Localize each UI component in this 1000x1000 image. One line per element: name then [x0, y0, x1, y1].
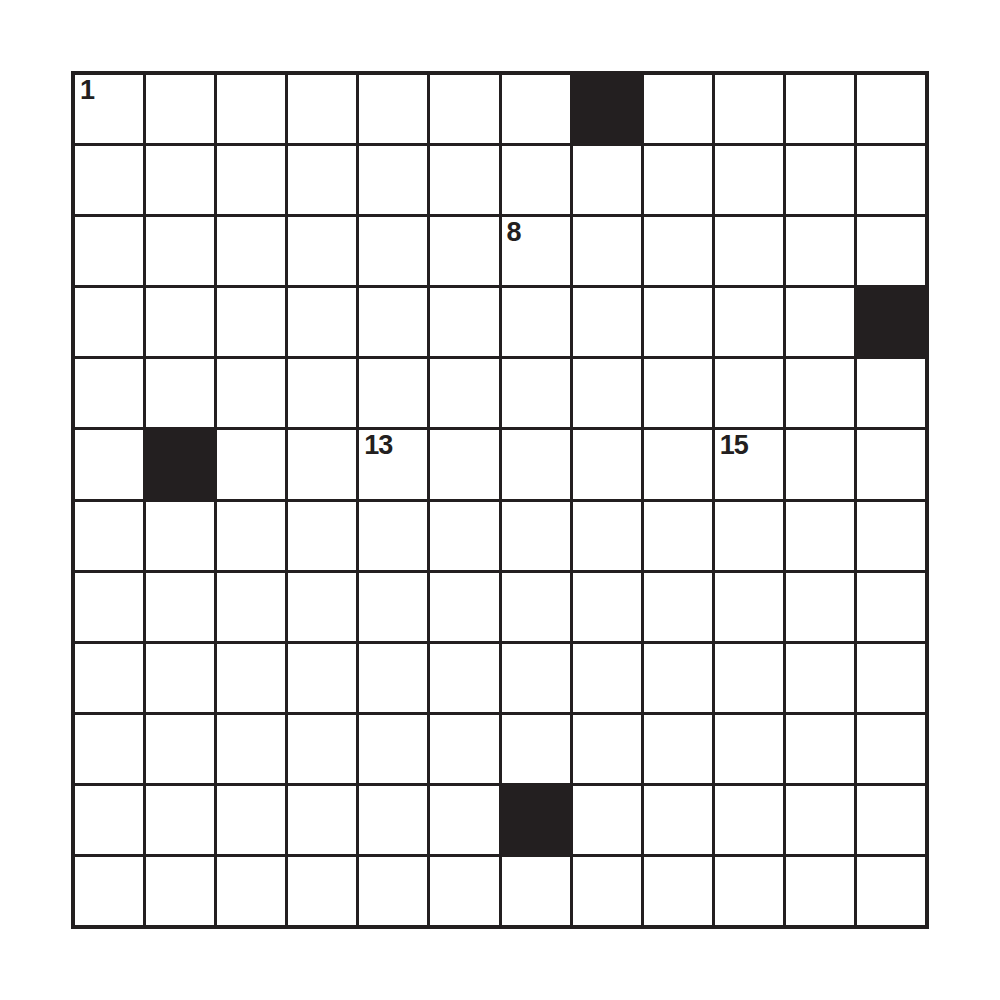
cell-r1c11[interactable] — [857, 146, 925, 214]
cell-r5c11[interactable] — [857, 430, 925, 498]
cell-r1c7[interactable] — [573, 146, 641, 214]
cell-r7c2[interactable] — [217, 573, 285, 641]
cell-r10c9[interactable] — [715, 786, 783, 854]
cell-r9c2[interactable] — [217, 715, 285, 783]
cell-r2c7[interactable] — [573, 217, 641, 285]
cell-r3c8[interactable] — [644, 288, 712, 356]
cell-r7c8[interactable] — [644, 573, 712, 641]
cell-r2c11[interactable] — [857, 217, 925, 285]
cell-r6c0[interactable] — [75, 502, 143, 570]
cell-r8c4[interactable] — [359, 644, 427, 712]
black-cell-r5c1 — [146, 430, 214, 498]
cell-r10c8[interactable] — [644, 786, 712, 854]
cell-r4c4[interactable] — [359, 359, 427, 427]
black-cell-r10c6 — [502, 786, 570, 854]
cell-r4c1[interactable] — [146, 359, 214, 427]
cell-r2c5[interactable] — [430, 217, 498, 285]
cell-r7c5[interactable] — [430, 573, 498, 641]
cell-r6c2[interactable] — [217, 502, 285, 570]
cell-r3c7[interactable] — [573, 288, 641, 356]
cell-r6c5[interactable] — [430, 502, 498, 570]
cell-r4c5[interactable] — [430, 359, 498, 427]
cell-r0c9[interactable] — [715, 75, 783, 143]
cell-r5c5[interactable] — [430, 430, 498, 498]
cell-r9c5[interactable] — [430, 715, 498, 783]
cell-r4c6[interactable] — [502, 359, 570, 427]
clue-number-1: 1 — [80, 77, 94, 104]
cell-r4c2[interactable] — [217, 359, 285, 427]
cell-r5c2[interactable] — [217, 430, 285, 498]
cell-r6c8[interactable] — [644, 502, 712, 570]
cell-r7c10[interactable] — [786, 573, 854, 641]
cell-r7c9[interactable] — [715, 573, 783, 641]
cell-r4c3[interactable] — [288, 359, 356, 427]
cell-r9c4[interactable] — [359, 715, 427, 783]
cell-r10c3[interactable] — [288, 786, 356, 854]
cell-r0c1[interactable] — [146, 75, 214, 143]
cell-r2c10[interactable] — [786, 217, 854, 285]
cell-r3c0[interactable] — [75, 288, 143, 356]
cell-r11c11[interactable] — [857, 857, 925, 925]
cell-r4c7[interactable] — [573, 359, 641, 427]
cell-r1c5[interactable] — [430, 146, 498, 214]
cell-r3c2[interactable] — [217, 288, 285, 356]
cell-r5c10[interactable] — [786, 430, 854, 498]
cell-r9c3[interactable] — [288, 715, 356, 783]
clue-number-8: 8 — [507, 219, 521, 246]
cell-r5c9[interactable]: 15 — [715, 430, 783, 498]
cell-r3c9[interactable] — [715, 288, 783, 356]
cell-r11c8[interactable] — [644, 857, 712, 925]
cell-r9c7[interactable] — [573, 715, 641, 783]
cell-r7c1[interactable] — [146, 573, 214, 641]
cell-r11c6[interactable] — [502, 857, 570, 925]
cell-r7c11[interactable] — [857, 573, 925, 641]
cell-r9c11[interactable] — [857, 715, 925, 783]
cell-r4c0[interactable] — [75, 359, 143, 427]
black-cell-r0c7 — [573, 75, 641, 143]
cell-r6c3[interactable] — [288, 502, 356, 570]
page: 181315 — [0, 0, 1000, 1000]
cell-r8c0[interactable] — [75, 644, 143, 712]
cell-r11c5[interactable] — [430, 857, 498, 925]
cell-r10c11[interactable] — [857, 786, 925, 854]
cell-r0c0[interactable]: 1 — [75, 75, 143, 143]
cell-r8c7[interactable] — [573, 644, 641, 712]
cell-r1c4[interactable] — [359, 146, 427, 214]
cell-r1c6[interactable] — [502, 146, 570, 214]
cell-r0c11[interactable] — [857, 75, 925, 143]
cell-r8c8[interactable] — [644, 644, 712, 712]
cell-r4c8[interactable] — [644, 359, 712, 427]
cell-r5c3[interactable] — [288, 430, 356, 498]
cell-r6c7[interactable] — [573, 502, 641, 570]
cell-r11c7[interactable] — [573, 857, 641, 925]
cell-r6c10[interactable] — [786, 502, 854, 570]
cell-r11c4[interactable] — [359, 857, 427, 925]
clue-number-15: 15 — [720, 432, 748, 459]
cell-r8c2[interactable] — [217, 644, 285, 712]
crossword-board: 181315 — [71, 71, 929, 929]
cell-r1c3[interactable] — [288, 146, 356, 214]
cell-r11c2[interactable] — [217, 857, 285, 925]
cell-r8c5[interactable] — [430, 644, 498, 712]
cell-r1c10[interactable] — [786, 146, 854, 214]
cell-r9c0[interactable] — [75, 715, 143, 783]
cell-r8c6[interactable] — [502, 644, 570, 712]
cell-r11c1[interactable] — [146, 857, 214, 925]
cell-r5c0[interactable] — [75, 430, 143, 498]
cell-r10c2[interactable] — [217, 786, 285, 854]
cell-r0c3[interactable] — [288, 75, 356, 143]
cell-r3c6[interactable] — [502, 288, 570, 356]
cell-r6c11[interactable] — [857, 502, 925, 570]
cell-r11c9[interactable] — [715, 857, 783, 925]
cell-r6c9[interactable] — [715, 502, 783, 570]
cell-r10c1[interactable] — [146, 786, 214, 854]
cell-r2c0[interactable] — [75, 217, 143, 285]
cell-r10c4[interactable] — [359, 786, 427, 854]
cell-r8c11[interactable] — [857, 644, 925, 712]
cell-r5c6[interactable] — [502, 430, 570, 498]
cell-r9c9[interactable] — [715, 715, 783, 783]
cell-r4c10[interactable] — [786, 359, 854, 427]
cell-r9c1[interactable] — [146, 715, 214, 783]
cell-r2c8[interactable] — [644, 217, 712, 285]
cell-r10c10[interactable] — [786, 786, 854, 854]
cell-r10c0[interactable] — [75, 786, 143, 854]
cell-r3c1[interactable] — [146, 288, 214, 356]
cell-r7c4[interactable] — [359, 573, 427, 641]
cell-r5c7[interactable] — [573, 430, 641, 498]
cell-r1c2[interactable] — [217, 146, 285, 214]
cell-r3c10[interactable] — [786, 288, 854, 356]
cell-r1c9[interactable] — [715, 146, 783, 214]
cell-r4c9[interactable] — [715, 359, 783, 427]
cell-r7c6[interactable] — [502, 573, 570, 641]
cell-r1c1[interactable] — [146, 146, 214, 214]
cell-r11c0[interactable] — [75, 857, 143, 925]
cell-r3c3[interactable] — [288, 288, 356, 356]
cell-r0c5[interactable] — [430, 75, 498, 143]
cell-r8c10[interactable] — [786, 644, 854, 712]
cell-r2c4[interactable] — [359, 217, 427, 285]
cell-r9c6[interactable] — [502, 715, 570, 783]
cell-r6c1[interactable] — [146, 502, 214, 570]
cell-r10c7[interactable] — [573, 786, 641, 854]
cell-r5c4[interactable]: 13 — [359, 430, 427, 498]
cell-r5c8[interactable] — [644, 430, 712, 498]
cell-r1c0[interactable] — [75, 146, 143, 214]
cell-r3c5[interactable] — [430, 288, 498, 356]
cell-r2c2[interactable] — [217, 217, 285, 285]
cell-r2c6[interactable]: 8 — [502, 217, 570, 285]
clue-number-13: 13 — [364, 432, 392, 459]
cell-r8c1[interactable] — [146, 644, 214, 712]
cell-r11c3[interactable] — [288, 857, 356, 925]
cell-r9c10[interactable] — [786, 715, 854, 783]
cell-r7c7[interactable] — [573, 573, 641, 641]
cell-r9c8[interactable] — [644, 715, 712, 783]
cell-r8c3[interactable] — [288, 644, 356, 712]
black-cell-r3c11 — [857, 288, 925, 356]
cell-r0c10[interactable] — [786, 75, 854, 143]
cell-r6c6[interactable] — [502, 502, 570, 570]
cell-r10c5[interactable] — [430, 786, 498, 854]
cell-r8c9[interactable] — [715, 644, 783, 712]
cell-r0c2[interactable] — [217, 75, 285, 143]
cell-r7c3[interactable] — [288, 573, 356, 641]
cell-r1c8[interactable] — [644, 146, 712, 214]
cell-r7c0[interactable] — [75, 573, 143, 641]
cell-r0c8[interactable] — [644, 75, 712, 143]
cell-r6c4[interactable] — [359, 502, 427, 570]
cell-r0c6[interactable] — [502, 75, 570, 143]
cell-r2c3[interactable] — [288, 217, 356, 285]
cell-r2c1[interactable] — [146, 217, 214, 285]
cell-r0c4[interactable] — [359, 75, 427, 143]
cell-r11c10[interactable] — [786, 857, 854, 925]
cell-r3c4[interactable] — [359, 288, 427, 356]
cell-r4c11[interactable] — [857, 359, 925, 427]
cell-r2c9[interactable] — [715, 217, 783, 285]
